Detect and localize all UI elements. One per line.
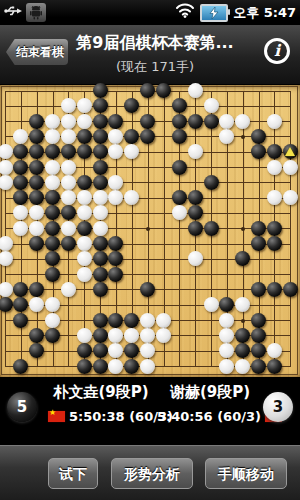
white-stone [204,297,219,312]
black-stone [93,160,108,175]
white-stone [219,313,234,328]
white-stone [77,114,92,129]
white-stone [93,205,108,220]
black-stone [13,359,28,374]
black-stone [251,221,266,236]
black-stone [204,175,219,190]
white-stone [0,160,13,175]
black-stone [188,190,203,205]
clock-text: 오후 5:47 [233,4,296,22]
player-panel: 5 朴文垚(9段P) 5:50:38 (60/3) 谢赫(9段P) 5:40:5… [0,377,300,445]
black-stone [124,359,139,374]
white-stone [219,114,234,129]
black-stone [283,282,298,297]
white-stone [0,282,13,297]
white-stone [204,98,219,113]
white-stone [267,160,282,175]
white-stone [140,359,155,374]
page-title: 第9届倡棋杯本赛第... [70,33,240,54]
black-stone [29,129,44,144]
black-stone [93,251,108,266]
white-stone [29,221,44,236]
white-stone [45,160,60,175]
black-stone [93,313,108,328]
info-icon[interactable]: i [264,38,290,64]
black-stone [93,267,108,282]
black-stone [13,313,28,328]
black-stone [251,313,266,328]
white-captures-badge: 3 [263,392,293,422]
move-navigation-button[interactable]: 手顺移动 [205,458,287,489]
move-counter: (现在 171手) [70,58,240,76]
black-stone [77,129,92,144]
black-stone [156,83,171,98]
white-stone [93,221,108,236]
black-stone [172,190,187,205]
black-stone [251,282,266,297]
black-stone [61,236,76,251]
usb-icon [4,3,22,22]
battery-icon [200,4,228,22]
black-stone [204,221,219,236]
black-stone [29,175,44,190]
white-stone [61,221,76,236]
white-stone [108,359,123,374]
white-stone [61,129,76,144]
black-stone [93,98,108,113]
black-stone [204,114,219,129]
white-stone [77,267,92,282]
white-stone [283,160,298,175]
try-move-button[interactable]: 试下 [48,458,98,489]
black-stone [45,236,60,251]
black-stone [77,175,92,190]
china-flag-icon [48,411,65,422]
wifi-icon [175,3,195,22]
black-stone [93,343,108,358]
title-bar: 结束看棋 第9届倡棋杯本赛第... (现在 171手) i [0,25,300,85]
black-stone [140,129,155,144]
android-icon [26,3,46,22]
white-stone [235,359,250,374]
go-board[interactable] [0,85,300,377]
white-stone [267,114,282,129]
black-stone [172,160,187,175]
white-stone [45,313,60,328]
black-stone [93,328,108,343]
black-stone [140,114,155,129]
black-stone [108,114,123,129]
black-stone [93,144,108,159]
white-stone [188,251,203,266]
white-stone [45,114,60,129]
white-stone [156,313,171,328]
black-stone [93,129,108,144]
black-player-name: 朴文垚(9段P) [42,383,160,402]
black-stone [77,343,92,358]
white-stone [0,175,13,190]
black-captures-badge: 5 [7,392,37,422]
white-stone [140,313,155,328]
star-point [146,227,150,231]
position-analysis-button[interactable]: 形势分析 [111,458,193,489]
white-stone [0,236,13,251]
black-stone [29,160,44,175]
white-stone [77,328,92,343]
white-stone [45,129,60,144]
black-stone [13,160,28,175]
black-clock: 5:50:38 (60/3) [48,409,173,424]
black-stone [29,114,44,129]
white-stone [93,190,108,205]
white-stone [188,144,203,159]
black-stone [267,359,282,374]
black-stone [267,221,282,236]
black-stone [93,359,108,374]
black-stone [108,313,123,328]
bottom-toolbar: 试下 形势分析 手顺移动 [0,445,300,500]
white-stone [140,328,155,343]
black-stone [93,83,108,98]
black-stone [267,236,282,251]
status-bar: 오후 5:47 [0,0,300,25]
black-stone [93,114,108,129]
black-stone [45,221,60,236]
white-stone [235,114,250,129]
white-player-name: 谢赫(9段P) [158,383,262,402]
black-stone [77,359,92,374]
black-stone [77,144,92,159]
white-stone [77,98,92,113]
black-stone [45,267,60,282]
black-stone [267,282,282,297]
white-stone [45,175,60,190]
black-stone [188,221,203,236]
white-stone [267,190,282,205]
white-stone [61,190,76,205]
black-stone [124,313,139,328]
black-stone [188,114,203,129]
white-stone [77,236,92,251]
black-stone [77,221,92,236]
end-watching-button[interactable]: 结束看棋 [6,39,68,65]
black-stone [93,282,108,297]
white-stone [77,190,92,205]
white-time-text: 5:40:56 (60/3) [157,409,261,424]
black-stone [251,129,266,144]
white-stone [61,114,76,129]
black-stone [251,359,266,374]
grid-line-v [290,91,291,368]
white-stone [61,282,76,297]
white-stone [156,328,171,343]
white-stone [0,144,13,159]
black-stone [93,175,108,190]
white-stone [219,359,234,374]
black-stone [172,129,187,144]
black-stone [93,236,108,251]
last-move-marker [285,147,295,156]
black-stone [45,328,60,343]
white-stone [188,83,203,98]
star-point [241,227,245,231]
star-point [241,319,245,323]
black-stone [172,114,187,129]
black-stone [29,328,44,343]
white-stone [61,175,76,190]
white-stone [283,190,298,205]
white-stone [61,160,76,175]
black-stone [251,328,266,343]
